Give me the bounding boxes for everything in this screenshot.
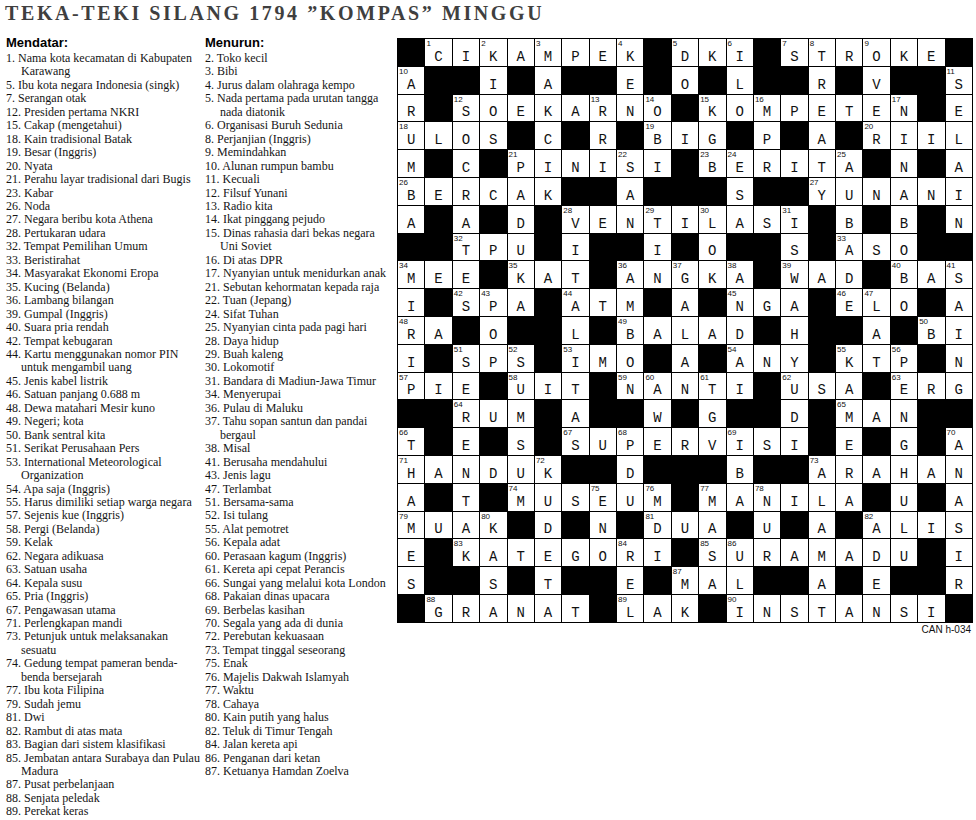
grid-cell-black	[508, 67, 535, 95]
grid-cell: T	[508, 539, 535, 567]
cell-letter: A	[398, 495, 424, 509]
grid-cell: E	[590, 206, 617, 234]
clue-number: 83	[454, 539, 463, 548]
cell-letter: R	[809, 78, 835, 92]
grid-cell-black	[590, 456, 617, 484]
down-clue-list: 2. Toko kecil3. Bibi4. Jurus dalam olahr…	[205, 52, 395, 778]
cell-letter: E	[535, 550, 561, 564]
clue-number: 12	[454, 95, 463, 104]
clue-item: 70. Segala yang ada di dunia	[205, 617, 395, 630]
clue-item: 39. Gumpal (Inggris)	[6, 308, 200, 321]
grid-cell: A	[562, 400, 589, 428]
grid-cell-black	[672, 539, 699, 567]
grid-cell: G	[699, 400, 726, 428]
grid-cell-black	[562, 512, 589, 540]
grid-cell: S	[863, 234, 890, 262]
cell-letter: E	[836, 300, 862, 314]
grid-cell: L	[727, 67, 754, 95]
grid-cell: 52S	[508, 345, 535, 373]
grid-cell: 2K	[480, 39, 507, 67]
grid-cell-black	[809, 317, 836, 345]
clue-item: 88. Senjata peledak	[6, 792, 200, 805]
grid-cell: R	[398, 95, 425, 123]
clue-item: 52. Isi tulang	[205, 509, 395, 522]
cell-letter: A	[836, 383, 862, 397]
grid-cell: S	[754, 206, 781, 234]
clue-item: 73. Petunjuk untuk melaksanakan sesuatu	[6, 630, 200, 657]
grid-cell-black	[535, 400, 562, 428]
cell-letter: U	[781, 383, 807, 397]
grid-cell: S	[398, 567, 425, 595]
cell-letter: D	[863, 550, 889, 564]
grid-cell: 7S	[781, 39, 808, 67]
cell-letter: K	[699, 105, 725, 119]
grid-cell: R	[946, 567, 973, 595]
cell-letter: B	[644, 133, 670, 147]
grid-cell: 72K	[535, 456, 562, 484]
cell-letter: T	[836, 105, 862, 119]
clue-number: 18	[399, 122, 408, 131]
grid-cell: E	[863, 567, 890, 595]
cell-letter: S	[480, 578, 506, 592]
grid-cell: 69I	[727, 428, 754, 456]
clue-number: 25	[837, 150, 846, 159]
cell-letter: T	[398, 439, 424, 453]
cell-letter: P	[480, 300, 506, 314]
grid-cell-black	[480, 150, 507, 178]
grid-cell-black	[398, 400, 425, 428]
cell-letter: S	[891, 606, 917, 620]
grid-cell-black	[727, 122, 754, 150]
clue-item: 73. Tempat tinggal seseorang	[205, 644, 395, 657]
grid-cell: I	[918, 512, 945, 540]
cell-letter: N	[617, 217, 643, 231]
grid-cell: I	[425, 373, 452, 401]
grid-cell-black	[863, 484, 890, 512]
clue-number: 61	[700, 373, 709, 382]
cell-letter: D	[727, 328, 753, 342]
cell-letter: A	[535, 272, 561, 286]
grid-cell-black	[617, 122, 644, 150]
clue-item: 65. Pria (Inggris)	[6, 590, 200, 603]
grid-cell: A	[863, 456, 890, 484]
cell-letter: A	[535, 606, 561, 620]
grid-cell: D	[727, 317, 754, 345]
clue-item: 37. Tahu sopan santun dan pandai bergaul	[205, 415, 395, 442]
grid-cell: A	[453, 206, 480, 234]
clue-item: 62. Negara adikuasa	[6, 550, 200, 563]
cell-letter: T	[809, 50, 835, 64]
grid-cell: S	[508, 428, 535, 456]
grid-cell-black	[699, 456, 726, 484]
cell-letter: E	[453, 439, 479, 453]
clue-item: 83. Bagian dari sistem klasifikasi	[6, 738, 200, 751]
grid-cell: M	[590, 345, 617, 373]
grid-cell-black	[425, 428, 452, 456]
cell-letter: K	[453, 550, 479, 564]
cell-letter: W	[644, 411, 670, 425]
grid-cell: 36A	[617, 261, 644, 289]
cell-letter: O	[891, 244, 917, 258]
grid-cell: 24E	[727, 150, 754, 178]
grid-cell: E	[590, 39, 617, 67]
cell-letter: A	[562, 105, 588, 119]
grid-cell: I	[644, 539, 671, 567]
grid-cell: 19B	[644, 122, 671, 150]
grid-cell: E	[508, 95, 535, 123]
grid-cell-black	[754, 234, 781, 262]
grid-cell: 34M	[398, 261, 425, 289]
grid-cell: A	[891, 178, 918, 206]
grid-cell-black	[480, 261, 507, 289]
clue-number: 29	[645, 206, 654, 215]
clue-item: 21. Perahu layar tradisional dari Bugis	[6, 173, 200, 186]
cell-letter: O	[590, 550, 616, 564]
clue-item: 7. Serangan otak	[6, 92, 200, 105]
cell-letter: G	[946, 383, 972, 397]
clue-number: 90	[728, 595, 737, 604]
grid-cell: S	[781, 595, 808, 623]
clue-number: 80	[481, 512, 490, 521]
grid-cell: 42S	[453, 289, 480, 317]
grid-cell-black	[617, 512, 644, 540]
grid-cell: I	[535, 373, 562, 401]
cell-letter: A	[425, 467, 451, 481]
cell-letter: M	[398, 522, 424, 536]
cell-letter: S	[946, 522, 972, 536]
cell-letter: R	[590, 105, 616, 119]
grid-cell: 6I	[727, 39, 754, 67]
cell-letter: V	[863, 78, 889, 92]
grid-cell-black	[918, 206, 945, 234]
clue-number: 6	[728, 39, 732, 48]
grid-cell: 53I	[562, 345, 589, 373]
grid-cell: R	[672, 428, 699, 456]
grid-cell: N	[562, 150, 589, 178]
clue-number: 85	[700, 539, 709, 548]
grid-cell-black	[617, 400, 644, 428]
grid-cell-black	[425, 150, 452, 178]
grid-cell: U	[672, 512, 699, 540]
grid-cell: E	[918, 39, 945, 67]
cell-letter: I	[644, 244, 670, 258]
grid-cell: 79M	[398, 512, 425, 540]
grid-cell-black	[781, 122, 808, 150]
cell-letter: A	[918, 467, 944, 481]
cell-letter: D	[535, 522, 561, 536]
cell-letter: S	[480, 133, 506, 147]
grid-cell: N	[590, 512, 617, 540]
grid-cell-black	[590, 595, 617, 623]
grid-cell: O	[590, 539, 617, 567]
grid-cell-black	[590, 567, 617, 595]
cell-letter: T	[590, 300, 616, 314]
cell-letter: R	[754, 550, 780, 564]
cell-letter: I	[781, 161, 807, 175]
cell-letter: A	[863, 467, 889, 481]
cell-letter: D	[644, 522, 670, 536]
grid-cell-black	[398, 39, 425, 67]
clue-number: 5	[673, 39, 677, 48]
cell-letter: L	[425, 133, 451, 147]
clue-item: 54. Apa saja (Inggris)	[6, 483, 200, 496]
cell-letter: A	[699, 328, 725, 342]
cell-letter: N	[562, 161, 588, 175]
clue-number: 35	[509, 261, 518, 270]
cell-letter: D	[781, 411, 807, 425]
clue-number: 69	[728, 428, 737, 437]
grid-cell: 46E	[836, 289, 863, 317]
grid-cell: I	[535, 150, 562, 178]
cell-letter: N	[590, 522, 616, 536]
grid-cell: 43P	[480, 289, 507, 317]
clue-item: 55. Harus dimiliki setiap warga negara	[6, 496, 200, 509]
grid-cell: A	[398, 484, 425, 512]
cell-letter: U	[617, 495, 643, 509]
grid-cell-black	[809, 289, 836, 317]
grid-cell-black	[535, 289, 562, 317]
grid-cell: A	[398, 206, 425, 234]
cell-letter: R	[453, 189, 479, 203]
clue-item: 41. Berusaha mendahului	[205, 456, 395, 469]
clue-item: 24. Sifat Tuhan	[205, 308, 395, 321]
grid-cell: I	[946, 317, 973, 345]
clue-number: 54	[728, 345, 737, 354]
cell-letter: K	[535, 189, 561, 203]
cell-letter: M	[699, 495, 725, 509]
cell-letter: U	[508, 383, 534, 397]
cell-letter: E	[946, 105, 972, 119]
cell-letter: I	[453, 50, 479, 64]
grid-cell-black	[508, 567, 535, 595]
cell-letter: I	[781, 217, 807, 231]
grid-cell: I	[672, 206, 699, 234]
grid-cell: V	[863, 67, 890, 95]
clue-item: 71. Perlengkapan mandi	[6, 617, 200, 630]
grid-cell: S	[891, 595, 918, 623]
cell-letter: U	[891, 550, 917, 564]
grid-cell: T	[590, 289, 617, 317]
grid-cell: P	[480, 345, 507, 373]
grid-cell: 21P	[508, 150, 535, 178]
cell-letter: M	[617, 300, 643, 314]
cell-letter: A	[480, 606, 506, 620]
grid-cell: A	[644, 317, 671, 345]
cell-letter: U	[891, 495, 917, 509]
grid-cell-black	[480, 484, 507, 512]
cell-letter: I	[535, 161, 561, 175]
cell-letter: A	[836, 550, 862, 564]
cell-letter: M	[836, 411, 862, 425]
grid-cell-black	[644, 567, 671, 595]
grid-cell: I	[781, 484, 808, 512]
grid-cell-black	[754, 178, 781, 206]
clue-item: 53. International Meteorological Organiz…	[6, 456, 200, 483]
cell-letter: A	[508, 50, 534, 64]
grid-cell: E	[946, 95, 973, 123]
cell-letter: S	[562, 495, 588, 509]
clue-number: 65	[837, 400, 846, 409]
grid-cell: 26B	[398, 178, 425, 206]
clue-number: 74	[509, 484, 518, 493]
grid-cell: 41S	[946, 261, 973, 289]
cell-letter: E	[727, 161, 753, 175]
grid-cell: 25A	[836, 150, 863, 178]
grid-cell-black	[672, 234, 699, 262]
clue-item: 43. Jenis lagu	[205, 469, 395, 482]
cell-letter: A	[946, 300, 972, 314]
cell-letter: S	[453, 300, 479, 314]
grid-cell-black	[590, 178, 617, 206]
grid-cell-black	[891, 67, 918, 95]
cell-letter: A	[836, 161, 862, 175]
cell-letter: N	[918, 189, 944, 203]
grid-cell-black	[809, 206, 836, 234]
clue-item: 64. Kepala susu	[6, 577, 200, 590]
cell-letter: M	[754, 105, 780, 119]
grid-cell-black	[425, 345, 452, 373]
grid-cell: I	[562, 234, 589, 262]
grid-cell: 20R	[863, 122, 890, 150]
cell-letter: O	[891, 300, 917, 314]
grid-cell-black	[425, 67, 452, 95]
clue-item: 10. Alunan rumpun bambu	[205, 160, 395, 173]
grid-cell: A	[863, 317, 890, 345]
grid-cell: L	[946, 122, 973, 150]
clue-number: 43	[481, 289, 490, 298]
cell-letter: V	[699, 439, 725, 453]
cell-letter: S	[508, 439, 534, 453]
clue-item: 15. Cakap (mengetahui)	[6, 119, 200, 132]
cell-letter: D	[617, 467, 643, 481]
clue-item: 5. Nada pertama pada urutan tangga nada …	[205, 92, 395, 119]
grid-cell: O	[672, 67, 699, 95]
grid-cell: G	[562, 539, 589, 567]
cell-letter: P	[617, 439, 643, 453]
cell-letter: N	[863, 606, 889, 620]
cell-letter: K	[699, 50, 725, 64]
cell-letter: S	[398, 578, 424, 592]
cell-letter: P	[754, 133, 780, 147]
grid-cell: 18U	[398, 122, 425, 150]
grid-cell-black	[863, 150, 890, 178]
clue-number: 79	[399, 512, 408, 521]
clue-item: 56. Kepala adat	[205, 536, 395, 549]
clue-number: 49	[618, 317, 627, 326]
cell-letter: L	[617, 606, 643, 620]
cell-letter: S	[562, 439, 588, 453]
grid-cell: 1C	[425, 39, 452, 67]
cell-letter: P	[398, 383, 424, 397]
grid-cell: N	[508, 595, 535, 623]
grid-cell: U	[480, 400, 507, 428]
grid-cell: S	[781, 234, 808, 262]
grid-cell-black	[508, 317, 535, 345]
grid-cell-black	[644, 345, 671, 373]
grid-cell: E	[863, 95, 890, 123]
cell-letter: K	[836, 356, 862, 370]
clue-number: 78	[755, 484, 764, 493]
grid-cell: O	[617, 345, 644, 373]
grid-cell: A	[918, 456, 945, 484]
grid-cell-black	[590, 400, 617, 428]
grid-cell: R	[918, 373, 945, 401]
clue-item: 28. Daya hidup	[205, 335, 395, 348]
grid-cell: K	[535, 95, 562, 123]
cell-letter: A	[508, 300, 534, 314]
clue-item: 3. Bibi	[205, 65, 395, 78]
cell-letter: N	[891, 411, 917, 425]
grid-cell: 14O	[644, 95, 671, 123]
clue-item: 34. Masyarakat Ekonomi Eropa	[6, 267, 200, 280]
grid-cell: 76M	[644, 484, 671, 512]
clue-item: 22. Tuan (Jepang)	[205, 294, 395, 307]
grid-cell-black	[918, 428, 945, 456]
cell-letter: E	[863, 578, 889, 592]
clue-item: 23. Kabar	[6, 187, 200, 200]
clue-number: 7	[782, 39, 786, 48]
grid-cell: B	[836, 206, 863, 234]
grid-cell: 61T	[699, 373, 726, 401]
grid-cell: D	[863, 539, 890, 567]
clue-number: 52	[509, 345, 518, 354]
cell-letter: P	[781, 105, 807, 119]
clue-item: 77. Ibu kota Filipina	[6, 684, 200, 697]
grid-cell: A	[809, 261, 836, 289]
cell-letter: P	[508, 161, 534, 175]
grid-cell: K	[699, 261, 726, 289]
grid-cell: A	[617, 178, 644, 206]
grid-cell: A	[836, 484, 863, 512]
grid-cell: P	[562, 39, 589, 67]
grid-cell: T	[809, 150, 836, 178]
grid-cell-black	[672, 178, 699, 206]
grid-cell: E	[453, 428, 480, 456]
cell-letter: A	[836, 495, 862, 509]
clue-number: 44	[563, 289, 572, 298]
clue-number: 57	[399, 373, 408, 382]
cell-letter: G	[754, 300, 780, 314]
grid-cell: G	[754, 289, 781, 317]
cell-letter: E	[891, 383, 917, 397]
clue-number: 77	[700, 484, 709, 493]
clue-item: 58. Pergi (Belanda)	[6, 523, 200, 536]
cell-letter: L	[946, 133, 972, 147]
grid-cell: C	[535, 122, 562, 150]
grid-cell: R	[754, 150, 781, 178]
grid-cell: V	[699, 428, 726, 456]
grid-cell: D	[480, 456, 507, 484]
cell-letter: B	[891, 272, 917, 286]
clue-item: 8. Perjanjian (Inggris)	[205, 133, 395, 146]
clue-number: 67	[563, 428, 572, 437]
grid-cell-black	[781, 456, 808, 484]
cell-letter: R	[672, 439, 698, 453]
cell-letter: U	[535, 495, 561, 509]
clue-item: 82. Rambut di atas mata	[6, 725, 200, 738]
clue-item: 50. Bank sentral kita	[6, 429, 200, 442]
clue-item: 13. Radio kita	[205, 200, 395, 213]
cell-letter: D	[672, 50, 698, 64]
clue-number: 39	[782, 261, 791, 270]
grid-cell-black	[918, 484, 945, 512]
cell-letter: R	[453, 411, 479, 425]
grid-cell: A	[918, 261, 945, 289]
grid-cell: 64R	[453, 400, 480, 428]
clue-item: 17. Nyanyian untuk menidurkan anak	[205, 267, 395, 280]
clue-item: 78. Cahaya	[205, 698, 395, 711]
cell-letter: A	[562, 411, 588, 425]
